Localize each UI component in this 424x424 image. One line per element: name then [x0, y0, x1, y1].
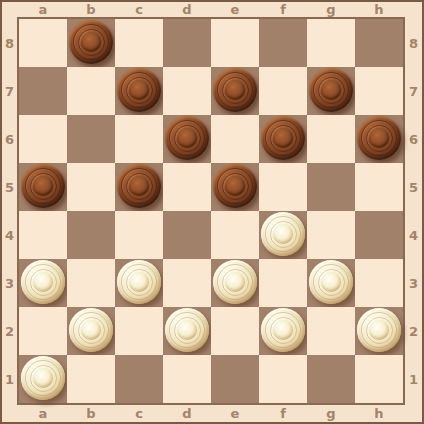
piece-dome-detail [81, 32, 101, 52]
piece-dome-detail [129, 272, 149, 292]
square-f8[interactable] [259, 19, 307, 67]
rank-labels-left: 87654321 [2, 19, 17, 403]
square-g3[interactable] [307, 259, 355, 307]
piece-dome-detail [369, 320, 389, 340]
black-man-b8[interactable] [69, 20, 113, 64]
square-h7 [355, 67, 403, 115]
file-label-f: f [259, 2, 307, 17]
square-g6 [307, 115, 355, 163]
square-f6[interactable] [259, 115, 307, 163]
square-f5 [259, 163, 307, 211]
square-f1 [259, 355, 307, 403]
file-label-c: c [115, 2, 163, 17]
square-h8[interactable] [355, 19, 403, 67]
square-h2[interactable] [355, 307, 403, 355]
rank-label-3: 3 [2, 259, 17, 307]
square-d8[interactable] [163, 19, 211, 67]
piece-dome-detail [177, 128, 197, 148]
square-e6 [211, 115, 259, 163]
black-man-f6[interactable] [261, 116, 305, 160]
file-label-b: b [67, 2, 115, 17]
square-e1[interactable] [211, 355, 259, 403]
white-man-f4[interactable] [261, 212, 305, 256]
white-man-g3[interactable] [309, 260, 353, 304]
square-b2[interactable] [67, 307, 115, 355]
black-man-e5[interactable] [213, 164, 257, 208]
black-man-h6[interactable] [357, 116, 401, 160]
file-label-d: d [163, 2, 211, 17]
white-man-b2[interactable] [69, 308, 113, 352]
piece-dome-detail [33, 368, 53, 388]
square-c6 [115, 115, 163, 163]
rank-label-7: 7 [405, 67, 422, 115]
piece-dome-detail [273, 128, 293, 148]
square-b1 [67, 355, 115, 403]
piece-dome-detail [177, 320, 197, 340]
square-c1[interactable] [115, 355, 163, 403]
piece-dome-detail [273, 224, 293, 244]
file-label-c: c [115, 405, 163, 422]
file-label-f: f [259, 405, 307, 422]
square-b7 [67, 67, 115, 115]
piece-dome-detail [321, 80, 341, 100]
piece-dome-detail [81, 320, 101, 340]
board-frame: abcdefgh abcdefgh 87654321 87654321 [0, 0, 424, 424]
piece-dome-detail [321, 272, 341, 292]
white-man-a3[interactable] [21, 260, 65, 304]
file-labels-bottom: abcdefgh [19, 405, 403, 422]
square-h4[interactable] [355, 211, 403, 259]
piece-dome-detail [33, 176, 53, 196]
square-e3[interactable] [211, 259, 259, 307]
file-label-g: g [307, 405, 355, 422]
square-f7 [259, 67, 307, 115]
square-f4[interactable] [259, 211, 307, 259]
piece-dome-detail [273, 320, 293, 340]
square-a8 [19, 19, 67, 67]
black-man-d6[interactable] [165, 116, 209, 160]
rank-labels-right: 87654321 [405, 19, 422, 403]
black-man-a5[interactable] [21, 164, 65, 208]
file-label-d: d [163, 405, 211, 422]
file-label-g: g [307, 2, 355, 17]
file-label-e: e [211, 2, 259, 17]
square-c4 [115, 211, 163, 259]
square-h5 [355, 163, 403, 211]
piece-dome-detail [33, 272, 53, 292]
square-d6[interactable] [163, 115, 211, 163]
piece-dome-detail [225, 80, 245, 100]
square-d7 [163, 67, 211, 115]
square-h3 [355, 259, 403, 307]
file-label-h: h [355, 405, 403, 422]
square-c8 [115, 19, 163, 67]
rank-label-6: 6 [2, 115, 17, 163]
square-a5[interactable] [19, 163, 67, 211]
square-e7[interactable] [211, 67, 259, 115]
file-label-h: h [355, 2, 403, 17]
rank-label-7: 7 [2, 67, 17, 115]
square-d5 [163, 163, 211, 211]
square-e2 [211, 307, 259, 355]
black-man-e7[interactable] [213, 68, 257, 112]
black-man-c7[interactable] [117, 68, 161, 112]
square-g4 [307, 211, 355, 259]
square-e8 [211, 19, 259, 67]
white-man-h2[interactable] [357, 308, 401, 352]
file-label-a: a [19, 405, 67, 422]
file-labels-top: abcdefgh [19, 2, 403, 17]
rank-label-4: 4 [2, 211, 17, 259]
white-man-a1[interactable] [21, 356, 65, 400]
white-man-e3[interactable] [213, 260, 257, 304]
square-f2[interactable] [259, 307, 307, 355]
square-b5 [67, 163, 115, 211]
checkers-board [17, 17, 405, 405]
square-c5[interactable] [115, 163, 163, 211]
square-d2[interactable] [163, 307, 211, 355]
white-man-c3[interactable] [117, 260, 161, 304]
rank-label-8: 8 [405, 19, 422, 67]
square-a4 [19, 211, 67, 259]
square-d3 [163, 259, 211, 307]
rank-label-5: 5 [405, 163, 422, 211]
rank-label-1: 1 [2, 355, 17, 403]
square-b8[interactable] [67, 19, 115, 67]
piece-dome-detail [129, 80, 149, 100]
rank-label-3: 3 [405, 259, 422, 307]
square-d4[interactable] [163, 211, 211, 259]
square-b6[interactable] [67, 115, 115, 163]
piece-dome-detail [225, 176, 245, 196]
black-man-c5[interactable] [117, 164, 161, 208]
square-c2 [115, 307, 163, 355]
square-b3 [67, 259, 115, 307]
square-c7[interactable] [115, 67, 163, 115]
file-label-e: e [211, 405, 259, 422]
piece-dome-detail [129, 176, 149, 196]
piece-dome-detail [225, 272, 245, 292]
file-label-a: a [19, 2, 67, 17]
square-a6 [19, 115, 67, 163]
rank-label-6: 6 [405, 115, 422, 163]
square-g5[interactable] [307, 163, 355, 211]
square-g7[interactable] [307, 67, 355, 115]
square-a1[interactable] [19, 355, 67, 403]
piece-dome-detail [369, 128, 389, 148]
rank-label-1: 1 [405, 355, 422, 403]
rank-label-4: 4 [405, 211, 422, 259]
white-man-d2[interactable] [165, 308, 209, 352]
square-e4 [211, 211, 259, 259]
square-g2 [307, 307, 355, 355]
square-g1[interactable] [307, 355, 355, 403]
square-a3[interactable] [19, 259, 67, 307]
square-b4[interactable] [67, 211, 115, 259]
square-f3 [259, 259, 307, 307]
square-c3[interactable] [115, 259, 163, 307]
square-a2 [19, 307, 67, 355]
square-g8 [307, 19, 355, 67]
white-man-f2[interactable] [261, 308, 305, 352]
square-h6[interactable] [355, 115, 403, 163]
rank-label-2: 2 [2, 307, 17, 355]
rank-label-8: 8 [2, 19, 17, 67]
square-a7[interactable] [19, 67, 67, 115]
rank-label-2: 2 [405, 307, 422, 355]
square-e5[interactable] [211, 163, 259, 211]
rank-label-5: 5 [2, 163, 17, 211]
file-label-b: b [67, 405, 115, 422]
black-man-g7[interactable] [309, 68, 353, 112]
square-d1 [163, 355, 211, 403]
square-h1 [355, 355, 403, 403]
